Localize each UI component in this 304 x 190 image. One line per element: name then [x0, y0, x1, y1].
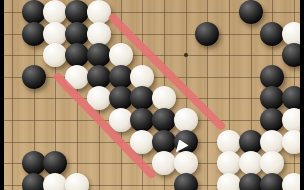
black-stone	[130, 108, 154, 132]
black-stone	[22, 65, 46, 89]
white-stone	[109, 43, 133, 67]
black-stone	[87, 65, 111, 89]
letterbox-bar-left	[0, 0, 4, 190]
white-stone	[217, 151, 241, 175]
black-stone	[22, 22, 46, 46]
black-stone	[260, 65, 284, 89]
video-frame	[0, 0, 304, 190]
star-point	[184, 53, 188, 57]
white-stone	[43, 0, 67, 24]
black-stone	[109, 65, 133, 89]
white-stone	[239, 151, 263, 175]
black-stone	[174, 173, 198, 190]
black-stone	[239, 130, 263, 154]
white-stone	[217, 130, 241, 154]
grid-line-vertical	[12, 0, 13, 190]
black-stone	[195, 22, 219, 46]
black-stone	[65, 43, 89, 67]
black-stone	[43, 151, 67, 175]
black-stone	[239, 0, 263, 24]
black-stone	[22, 173, 46, 190]
white-stone	[87, 0, 111, 24]
white-stone	[43, 43, 67, 67]
black-stone	[65, 22, 89, 46]
black-stone	[260, 108, 284, 132]
black-stone	[152, 130, 176, 154]
white-stone	[43, 173, 67, 190]
black-stone	[87, 43, 111, 67]
black-stone	[109, 86, 133, 110]
black-stone	[174, 130, 198, 154]
white-stone	[260, 130, 284, 154]
black-stone	[260, 173, 284, 190]
white-stone	[152, 86, 176, 110]
white-stone	[174, 108, 198, 132]
black-stone	[239, 173, 263, 190]
black-stone	[65, 0, 89, 24]
black-stone	[130, 86, 154, 110]
black-stone	[152, 108, 176, 132]
go-board[interactable]	[0, 0, 304, 190]
white-stone	[260, 151, 284, 175]
letterbox-bar-right	[300, 0, 304, 190]
black-stone	[260, 86, 284, 110]
white-stone	[87, 22, 111, 46]
white-stone	[217, 173, 241, 190]
white-stone	[130, 65, 154, 89]
black-stone	[22, 151, 46, 175]
white-stone	[152, 151, 176, 175]
white-stone	[43, 22, 67, 46]
black-stone	[22, 0, 46, 24]
white-stone	[65, 173, 89, 190]
black-stone	[260, 22, 284, 46]
white-stone	[174, 151, 198, 175]
